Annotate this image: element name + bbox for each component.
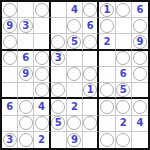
cell-r2c8[interactable] [116, 18, 132, 34]
given-digit: 6 [120, 69, 127, 79]
cell-r2c2[interactable]: 3 [18, 18, 34, 34]
cell-r6c4[interactable] [51, 83, 67, 99]
cell-r5c2[interactable]: 9 [18, 67, 34, 83]
cell-r4c5[interactable] [67, 51, 83, 67]
given-digit: 6 [136, 5, 143, 15]
cell-r1c3[interactable] [34, 2, 50, 18]
cell-r4c7[interactable] [99, 51, 115, 67]
cell-r8c8[interactable]: 2 [116, 116, 132, 132]
cell-r2c4[interactable] [51, 18, 67, 34]
cell-r7c1[interactable]: 6 [2, 99, 18, 115]
given-digit: 6 [87, 21, 94, 31]
given-digit: 4 [71, 5, 78, 15]
odd-constraint-circle [83, 3, 97, 17]
odd-constraint-circle [35, 67, 49, 81]
cell-r2c7[interactable] [99, 18, 115, 34]
cell-r8c2[interactable] [18, 116, 34, 132]
cell-r1c1[interactable] [2, 2, 18, 18]
cell-r8c1[interactable] [2, 116, 18, 132]
odd-constraint-circle [19, 100, 33, 114]
given-digit: 3 [22, 21, 29, 31]
cell-r6c3[interactable] [34, 83, 50, 99]
cell-r9c6[interactable] [83, 132, 99, 148]
cell-r4c6[interactable] [83, 51, 99, 67]
odd-constraint-circle [19, 116, 33, 130]
odd-constraint-circle [116, 51, 130, 65]
cell-r4c3[interactable] [34, 51, 50, 67]
odd-constraint-circle [116, 133, 130, 147]
given-digit: 5 [71, 37, 78, 47]
cell-r4c1[interactable] [2, 51, 18, 67]
given-digit: 6 [6, 102, 13, 112]
odd-constraint-circle [67, 116, 81, 130]
odd-constraint-circle [133, 100, 147, 114]
odd-constraint-circle [19, 133, 33, 147]
odd-constraint-circle [3, 3, 17, 17]
cell-r6c7[interactable] [99, 83, 115, 99]
odd-constraint-circle [3, 51, 17, 65]
cell-r9c3[interactable]: 2 [34, 132, 50, 148]
given-digit: 4 [136, 118, 143, 128]
cell-r1c6[interactable] [83, 2, 99, 18]
cell-r1c8[interactable] [116, 2, 132, 18]
cell-r3c1[interactable] [2, 34, 18, 50]
given-digit: 9 [71, 135, 78, 145]
cell-r7c7[interactable] [99, 99, 115, 115]
odd-constraint-circle [83, 35, 97, 49]
given-digit: 9 [22, 69, 29, 79]
odd-constraint-circle [35, 83, 49, 97]
given-digit: 5 [55, 118, 62, 128]
sudoku-board: 416936529639615642524329 [0, 0, 150, 150]
odd-constraint-circle [35, 3, 49, 17]
cell-r3c7[interactable]: 2 [99, 34, 115, 50]
cell-r9c8[interactable] [116, 132, 132, 148]
cell-r1c9[interactable]: 6 [132, 2, 148, 18]
odd-constraint-circle [35, 51, 49, 65]
cell-r9c1[interactable]: 3 [2, 132, 18, 148]
odd-constraint-circle [100, 83, 114, 97]
odd-constraint-circle [51, 83, 65, 97]
cell-r6c1[interactable] [2, 83, 18, 99]
cell-r5c8[interactable]: 6 [116, 67, 132, 83]
odd-constraint-circle [116, 100, 130, 114]
cell-r1c7[interactable]: 1 [99, 2, 115, 18]
odd-constraint-circle [67, 67, 81, 81]
given-digit: 3 [6, 135, 13, 145]
cell-r6c2[interactable] [18, 83, 34, 99]
given-digit: 2 [38, 135, 45, 145]
given-digit: 2 [71, 102, 78, 112]
cell-r5c4[interactable] [51, 67, 67, 83]
cell-r4c9[interactable] [132, 51, 148, 67]
cell-r5c5[interactable] [67, 67, 83, 83]
cell-r8c4[interactable]: 5 [51, 116, 67, 132]
given-digit: 9 [136, 37, 143, 47]
cell-r4c8[interactable] [116, 51, 132, 67]
odd-constraint-circle [133, 19, 147, 33]
cell-r7c8[interactable] [116, 99, 132, 115]
cell-r9c7[interactable] [99, 132, 115, 148]
cell-r7c5[interactable]: 2 [67, 99, 83, 115]
odd-constraint-circle [67, 19, 81, 33]
cell-r3c8[interactable] [116, 34, 132, 50]
odd-constraint-circle [100, 133, 114, 147]
cell-r5c1[interactable] [2, 67, 18, 83]
given-digit: 4 [38, 102, 45, 112]
odd-constraint-circle [35, 116, 49, 130]
cell-r2c5[interactable] [67, 18, 83, 34]
cell-r3c5[interactable]: 5 [67, 34, 83, 50]
cell-r8c9[interactable]: 4 [132, 116, 148, 132]
cell-r2c9[interactable] [132, 18, 148, 34]
cell-r5c6[interactable] [83, 67, 99, 83]
odd-constraint-circle [83, 67, 97, 81]
cell-r7c9[interactable] [132, 99, 148, 115]
cell-r5c7[interactable] [99, 67, 115, 83]
cell-r7c6[interactable] [83, 99, 99, 115]
cell-r6c5[interactable] [67, 83, 83, 99]
odd-constraint-circle [133, 67, 147, 81]
cell-r3c3[interactable] [34, 34, 50, 50]
given-digit: 6 [22, 53, 29, 63]
cell-r9c9[interactable] [132, 132, 148, 148]
cell-r7c4[interactable] [51, 99, 67, 115]
cell-r8c6[interactable] [83, 116, 99, 132]
given-digit: 1 [87, 85, 94, 95]
cell-r6c6[interactable]: 1 [83, 83, 99, 99]
cell-r9c4[interactable] [51, 132, 67, 148]
cell-r8c7[interactable] [99, 116, 115, 132]
odd-constraint-circle [100, 19, 114, 33]
cell-r6c9[interactable] [132, 83, 148, 99]
cell-r2c6[interactable]: 6 [83, 18, 99, 34]
cell-r2c3[interactable] [34, 18, 50, 34]
cell-r8c5[interactable] [67, 116, 83, 132]
cell-r3c2[interactable] [18, 34, 34, 50]
cell-r3c4[interactable] [51, 34, 67, 50]
cell-r1c4[interactable] [51, 2, 67, 18]
cell-r9c2[interactable] [18, 132, 34, 148]
cell-r3c6[interactable] [83, 34, 99, 50]
odd-constraint-circle [116, 3, 130, 17]
cell-r7c3[interactable]: 4 [34, 99, 50, 115]
odd-constraint-circle [100, 100, 114, 114]
odd-constraint-circle [51, 35, 65, 49]
cell-r2c1[interactable]: 9 [2, 18, 18, 34]
cell-r5c9[interactable] [132, 67, 148, 83]
given-digit: 3 [55, 53, 62, 63]
cell-r1c2[interactable] [18, 2, 34, 18]
given-digit: 1 [103, 5, 110, 15]
cell-r9c5[interactable]: 9 [67, 132, 83, 148]
odd-constraint-circle [51, 100, 65, 114]
cell-r5c3[interactable] [34, 67, 50, 83]
given-digit: 5 [120, 85, 127, 95]
cell-r4c2[interactable]: 6 [18, 51, 34, 67]
odd-constraint-circle [133, 51, 147, 65]
cell-r1c5[interactable]: 4 [67, 2, 83, 18]
cell-r6c8[interactable]: 5 [116, 83, 132, 99]
given-digit: 2 [120, 118, 127, 128]
given-digit: 9 [6, 21, 13, 31]
odd-constraint-circle [83, 116, 97, 130]
given-digit: 2 [103, 37, 110, 47]
cell-r8c3[interactable] [34, 116, 50, 132]
cell-r3c9[interactable]: 9 [132, 34, 148, 50]
cell-r7c2[interactable] [18, 99, 34, 115]
cell-r4c4[interactable]: 3 [51, 51, 67, 67]
odd-constraint-circle [3, 35, 17, 49]
